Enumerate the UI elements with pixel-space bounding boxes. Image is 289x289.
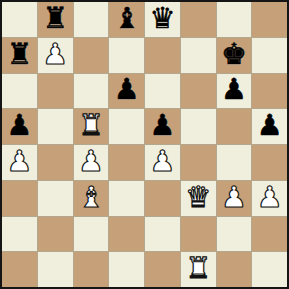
square-b4[interactable] [38, 145, 73, 180]
piece-black-rook[interactable]: ♜ [6, 40, 32, 69]
square-g3[interactable]: ♟ [217, 181, 252, 216]
square-g8[interactable] [217, 2, 252, 37]
square-a4[interactable]: ♟ [2, 145, 37, 180]
piece-black-pawn[interactable]: ♟ [221, 75, 247, 104]
square-c7[interactable] [74, 38, 109, 73]
square-e8[interactable]: ♛ [145, 2, 180, 37]
square-g7[interactable]: ♚ [217, 38, 252, 73]
square-f8[interactable] [181, 2, 216, 37]
square-e6[interactable] [145, 74, 180, 109]
square-d8[interactable]: ♝ [109, 2, 144, 37]
piece-black-pawn[interactable]: ♟ [257, 111, 283, 140]
square-a8[interactable] [2, 2, 37, 37]
square-f4[interactable] [181, 145, 216, 180]
piece-black-pawn[interactable]: ♟ [114, 75, 140, 104]
square-c3[interactable]: ♝ [74, 181, 109, 216]
square-h6[interactable] [252, 74, 287, 109]
square-f1[interactable]: ♜ [181, 252, 216, 287]
square-e5[interactable]: ♟ [145, 109, 180, 144]
piece-white-rook[interactable]: ♜ [185, 254, 211, 283]
square-e7[interactable] [145, 38, 180, 73]
square-h4[interactable] [252, 145, 287, 180]
square-a6[interactable] [2, 74, 37, 109]
square-h7[interactable] [252, 38, 287, 73]
square-a3[interactable] [2, 181, 37, 216]
piece-white-queen[interactable]: ♛ [185, 183, 211, 212]
square-c5[interactable]: ♜ [74, 109, 109, 144]
piece-black-king[interactable]: ♚ [221, 40, 247, 69]
square-a5[interactable]: ♟ [2, 109, 37, 144]
square-b7[interactable]: ♟ [38, 38, 73, 73]
square-g6[interactable]: ♟ [217, 74, 252, 109]
square-c2[interactable] [74, 217, 109, 252]
square-b3[interactable] [38, 181, 73, 216]
square-e3[interactable] [145, 181, 180, 216]
square-d3[interactable] [109, 181, 144, 216]
square-d7[interactable] [109, 38, 144, 73]
square-e1[interactable] [145, 252, 180, 287]
piece-white-pawn[interactable]: ♟ [42, 40, 68, 69]
square-d2[interactable] [109, 217, 144, 252]
square-d5[interactable] [109, 109, 144, 144]
square-a2[interactable] [2, 217, 37, 252]
square-f7[interactable] [181, 38, 216, 73]
square-f3[interactable]: ♛ [181, 181, 216, 216]
square-c1[interactable] [74, 252, 109, 287]
square-c6[interactable] [74, 74, 109, 109]
square-h1[interactable] [252, 252, 287, 287]
piece-white-rook[interactable]: ♜ [78, 111, 104, 140]
square-g5[interactable] [217, 109, 252, 144]
piece-white-pawn[interactable]: ♟ [149, 147, 175, 176]
square-d6[interactable]: ♟ [109, 74, 144, 109]
piece-white-pawn[interactable]: ♟ [6, 147, 32, 176]
square-f6[interactable] [181, 74, 216, 109]
square-e4[interactable]: ♟ [145, 145, 180, 180]
square-f5[interactable] [181, 109, 216, 144]
square-a7[interactable]: ♜ [2, 38, 37, 73]
square-b6[interactable] [38, 74, 73, 109]
piece-white-bishop[interactable]: ♝ [78, 183, 104, 212]
piece-white-pawn[interactable]: ♟ [257, 183, 283, 212]
square-h8[interactable] [252, 2, 287, 37]
square-c8[interactable] [74, 2, 109, 37]
piece-black-pawn[interactable]: ♟ [6, 111, 32, 140]
square-g4[interactable] [217, 145, 252, 180]
square-b8[interactable]: ♜ [38, 2, 73, 37]
piece-black-bishop[interactable]: ♝ [114, 4, 140, 33]
chess-board: ♜♝♛♜♟♚♟♟♟♜♟♟♟♟♟♝♛♟♟♜ [0, 0, 289, 289]
square-g2[interactable] [217, 217, 252, 252]
square-e2[interactable] [145, 217, 180, 252]
square-c4[interactable]: ♟ [74, 145, 109, 180]
square-g1[interactable] [217, 252, 252, 287]
square-b1[interactable] [38, 252, 73, 287]
square-d1[interactable] [109, 252, 144, 287]
piece-white-pawn[interactable]: ♟ [221, 183, 247, 212]
square-f2[interactable] [181, 217, 216, 252]
piece-white-pawn[interactable]: ♟ [78, 147, 104, 176]
square-b2[interactable] [38, 217, 73, 252]
square-b5[interactable] [38, 109, 73, 144]
square-a1[interactable] [2, 252, 37, 287]
square-h5[interactable]: ♟ [252, 109, 287, 144]
piece-black-rook[interactable]: ♜ [42, 4, 68, 33]
piece-black-queen[interactable]: ♛ [149, 4, 175, 33]
square-d4[interactable] [109, 145, 144, 180]
square-h2[interactable] [252, 217, 287, 252]
piece-black-pawn[interactable]: ♟ [149, 111, 175, 140]
square-h3[interactable]: ♟ [252, 181, 287, 216]
